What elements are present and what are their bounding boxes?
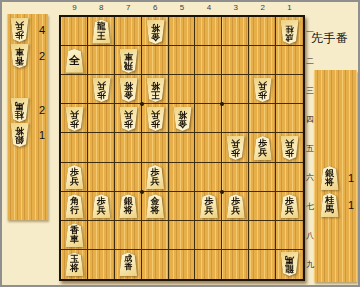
board-cell-4四[interactable] xyxy=(195,104,222,133)
board-cell-2六[interactable] xyxy=(249,163,276,192)
piece-kanji: 兵 xyxy=(204,206,213,216)
board-cell-5三[interactable] xyxy=(169,75,196,104)
piece-face: 歩兵 xyxy=(225,194,246,218)
piece-5-4-金将[interactable]: 金将 xyxy=(172,107,193,131)
piece-kanji: 兵 xyxy=(70,109,79,119)
rank-label-6: 六 xyxy=(304,172,316,183)
shogi-app-window: 先手番 987654321一二三四五六七八九龍王金将成桂全飛車歩兵金将王将歩兵歩… xyxy=(0,0,360,287)
piece-kanji: 兵 xyxy=(97,80,106,90)
hand-sente-count-銀将: 1 xyxy=(345,172,357,184)
piece-2-3-歩兵[interactable]: 歩兵 xyxy=(252,78,273,102)
piece-kanji: 馬 xyxy=(325,205,334,215)
piece-kanji: 歩 xyxy=(97,90,106,100)
piece-7-2-飛車[interactable]: 飛車 xyxy=(118,49,139,73)
turn-indicator: 先手番 xyxy=(311,30,359,47)
piece-8-1-龍王[interactable]: 龍王 xyxy=(91,20,112,44)
piece-face: 桂馬 xyxy=(319,193,340,217)
piece-9-7-角行[interactable]: 角行 xyxy=(64,194,85,218)
piece-kanji: 歩 xyxy=(151,119,160,129)
piece-kanji: 兵 xyxy=(70,177,79,187)
piece-face: 歩兵 xyxy=(145,165,166,189)
piece-1-5-歩兵[interactable]: 歩兵 xyxy=(279,136,300,160)
piece-face: 全 xyxy=(64,49,85,73)
file-label-1: 1 xyxy=(283,3,297,13)
board-cell-8五[interactable] xyxy=(88,133,115,162)
rank-label-3: 三 xyxy=(304,85,316,96)
hand-gote-count-桂馬: 2 xyxy=(36,104,48,116)
board-cell-8八[interactable] xyxy=(88,221,115,250)
piece-kanji: 香 xyxy=(124,263,132,272)
piece-kanji: 歩 xyxy=(15,30,24,40)
board-cell-5五[interactable] xyxy=(169,133,196,162)
piece-6-6-歩兵[interactable]: 歩兵 xyxy=(145,165,166,189)
piece-3-7-歩兵[interactable]: 歩兵 xyxy=(225,194,246,218)
piece-kanji: 将 xyxy=(124,80,133,90)
piece-kanji: 歩 xyxy=(258,90,267,100)
piece-kanji: 桂 xyxy=(286,24,294,33)
piece-face: 歩兵 xyxy=(91,78,112,102)
piece-face: 歩兵 xyxy=(225,136,246,160)
rank-label-2: 二 xyxy=(304,56,316,67)
piece-kanji: 香 xyxy=(15,56,24,66)
piece-kanji: 兵 xyxy=(258,80,267,90)
piece-kanji: 将 xyxy=(124,206,133,216)
board-cell-3九[interactable] xyxy=(222,250,249,279)
file-label-7: 7 xyxy=(121,3,135,13)
piece-face: 歩兵 xyxy=(9,18,30,42)
board-cell-3六[interactable] xyxy=(222,163,249,192)
piece-kanji: 金 xyxy=(124,90,133,100)
piece-face: 歩兵 xyxy=(64,165,85,189)
piece-face: 歩兵 xyxy=(118,107,139,131)
board-cell-5一[interactable] xyxy=(169,17,196,46)
hand-sente-桂馬[interactable]: 桂馬 xyxy=(319,193,340,217)
piece-kanji: 将 xyxy=(15,126,24,136)
board-cell-1四[interactable] xyxy=(276,104,303,133)
piece-face: 飛車 xyxy=(118,49,139,73)
piece-9-8-香車[interactable]: 香車 xyxy=(64,223,85,247)
board-cell-7八[interactable] xyxy=(115,221,142,250)
board-cell-3二[interactable] xyxy=(222,46,249,75)
piece-face: 金将 xyxy=(145,194,166,218)
piece-6-1-金将[interactable]: 金将 xyxy=(145,20,166,44)
piece-kanji: 桂 xyxy=(15,110,24,120)
piece-7-7-銀将[interactable]: 銀将 xyxy=(118,194,139,218)
piece-6-4-歩兵[interactable]: 歩兵 xyxy=(145,107,166,131)
piece-face: 歩兵 xyxy=(91,194,112,218)
piece-kanji: 兵 xyxy=(285,139,294,149)
piece-3-5-歩兵[interactable]: 歩兵 xyxy=(225,136,246,160)
file-label-8: 8 xyxy=(94,3,108,13)
piece-face: 歩兵 xyxy=(252,78,273,102)
piece-face: 金将 xyxy=(172,107,193,131)
board-cell-5七[interactable] xyxy=(169,192,196,221)
piece-kanji: 兵 xyxy=(15,21,24,31)
board-cell-3四[interactable] xyxy=(222,104,249,133)
hand-gote-count-銀将: 1 xyxy=(36,129,48,141)
board-cell-6五[interactable] xyxy=(142,133,169,162)
piece-kanji: 将 xyxy=(151,206,160,216)
rank-label-8: 八 xyxy=(304,230,316,241)
piece-kanji: 歩 xyxy=(124,119,133,129)
piece-face: 香車 xyxy=(64,223,85,247)
hand-gote-count-歩兵: 4 xyxy=(36,24,48,36)
piece-1-1-成桂[interactable]: 成桂 xyxy=(279,20,300,44)
board-cell-9五[interactable] xyxy=(61,133,88,162)
piece-8-3-歩兵[interactable]: 歩兵 xyxy=(91,78,112,102)
board-cell-2九[interactable] xyxy=(249,250,276,279)
piece-7-3-金将[interactable]: 金将 xyxy=(118,78,139,102)
rank-label-9: 九 xyxy=(304,259,316,270)
piece-face: 歩兵 xyxy=(279,194,300,218)
board-cell-8六[interactable] xyxy=(88,163,115,192)
file-label-4: 4 xyxy=(202,3,216,13)
piece-face: 成香 xyxy=(118,252,139,276)
piece-kanji: 歩 xyxy=(231,148,240,158)
piece-7-4-歩兵[interactable]: 歩兵 xyxy=(118,107,139,131)
board-cell-2二[interactable] xyxy=(249,46,276,75)
board-cell-4五[interactable] xyxy=(195,133,222,162)
board-cell-2四[interactable] xyxy=(249,104,276,133)
hand-sente-count-桂馬: 1 xyxy=(345,199,357,211)
board-cell-8二[interactable] xyxy=(88,46,115,75)
piece-kanji: 車 xyxy=(70,235,79,245)
rank-label-4: 四 xyxy=(304,114,316,125)
piece-face: 金将 xyxy=(118,78,139,102)
piece-kanji: 歩 xyxy=(285,148,294,158)
piece-face: 銀将 xyxy=(118,194,139,218)
file-label-2: 2 xyxy=(256,3,270,13)
piece-kanji: 将 xyxy=(151,22,160,32)
piece-2-5-歩兵[interactable]: 歩兵 xyxy=(252,136,273,160)
piece-9-2-全[interactable]: 全 xyxy=(64,49,85,73)
piece-kanji: 車 xyxy=(15,47,24,57)
board-cell-8九[interactable] xyxy=(88,250,115,279)
piece-6-7-金将[interactable]: 金将 xyxy=(145,194,166,218)
piece-kanji: 金 xyxy=(178,119,187,129)
hand-gote-count-香車: 2 xyxy=(36,50,48,62)
board-cell-1三[interactable] xyxy=(276,75,303,104)
piece-kanji: 兵 xyxy=(285,206,294,216)
piece-face: 歩兵 xyxy=(64,107,85,131)
board-cell-4九[interactable] xyxy=(195,250,222,279)
piece-1-7-歩兵[interactable]: 歩兵 xyxy=(279,194,300,218)
piece-face: 歩兵 xyxy=(198,194,219,218)
board-cell-4六[interactable] xyxy=(195,163,222,192)
hand-gote-銀将[interactable]: 銀将 xyxy=(9,123,30,147)
board-cell-7六[interactable] xyxy=(115,163,142,192)
piece-kanji: 行 xyxy=(70,206,79,216)
board-cell-2七[interactable] xyxy=(249,192,276,221)
piece-face: 香車 xyxy=(9,44,30,68)
board-cell-5六[interactable] xyxy=(169,163,196,192)
piece-kanji: 兵 xyxy=(258,148,267,158)
piece-4-7-歩兵[interactable]: 歩兵 xyxy=(198,194,219,218)
board-cell-4三[interactable] xyxy=(195,75,222,104)
piece-face: 金将 xyxy=(145,20,166,44)
board-cell-6二[interactable] xyxy=(142,46,169,75)
board-cell-4八[interactable] xyxy=(195,221,222,250)
piece-kanji: 全 xyxy=(69,55,80,66)
board-cell-4一[interactable] xyxy=(195,17,222,46)
piece-kanji: 兵 xyxy=(151,109,160,119)
piece-kanji: 兵 xyxy=(151,177,160,187)
piece-kanji: 兵 xyxy=(231,206,240,216)
board-cell-6八[interactable] xyxy=(142,221,169,250)
star-point xyxy=(140,190,144,194)
board-cell-3一[interactable] xyxy=(222,17,249,46)
piece-kanji: 将 xyxy=(178,109,187,119)
board-cell-5八[interactable] xyxy=(169,221,196,250)
board-cell-3八[interactable] xyxy=(222,221,249,250)
piece-kanji: 兵 xyxy=(97,206,106,216)
piece-face: 成桂 xyxy=(279,20,300,44)
piece-kanji: 歩 xyxy=(70,119,79,129)
board-cell-1六[interactable] xyxy=(276,163,303,192)
piece-face: 角行 xyxy=(64,194,85,218)
file-label-6: 6 xyxy=(148,3,162,13)
piece-kanji: 龍 xyxy=(285,264,294,274)
board-cell-9三[interactable] xyxy=(61,75,88,104)
piece-kanji: 将 xyxy=(70,264,79,274)
piece-kanji: 馬 xyxy=(285,255,294,265)
hand-sente-銀将[interactable]: 銀将 xyxy=(319,166,340,190)
piece-face: 龍馬 xyxy=(279,252,300,276)
rank-label-5: 五 xyxy=(304,143,316,154)
piece-face: 歩兵 xyxy=(279,136,300,160)
board-cell-2八[interactable] xyxy=(249,221,276,250)
piece-6-3-王将[interactable]: 王将 xyxy=(145,78,166,102)
piece-7-9-成香[interactable]: 成香 xyxy=(118,252,139,276)
hand-gote-香車[interactable]: 香車 xyxy=(9,44,30,68)
board-cell-5二[interactable] xyxy=(169,46,196,75)
piece-9-4-歩兵[interactable]: 歩兵 xyxy=(64,107,85,131)
board-cell-5九[interactable] xyxy=(169,250,196,279)
piece-face: 歩兵 xyxy=(145,107,166,131)
board-cell-3三[interactable] xyxy=(222,75,249,104)
file-label-3: 3 xyxy=(229,3,243,13)
piece-face: 歩兵 xyxy=(252,136,273,160)
hand-gote-歩兵[interactable]: 歩兵 xyxy=(9,18,30,42)
piece-kanji: 将 xyxy=(151,80,160,90)
piece-kanji: 銀 xyxy=(15,135,24,145)
board-cell-8四[interactable] xyxy=(88,104,115,133)
board-cell-4二[interactable] xyxy=(195,46,222,75)
board-cell-7一[interactable] xyxy=(115,17,142,46)
board-cell-7五[interactable] xyxy=(115,133,142,162)
piece-face: 玉将 xyxy=(64,252,85,276)
piece-1-9-龍馬[interactable]: 龍馬 xyxy=(279,252,300,276)
piece-kanji: 兵 xyxy=(231,139,240,149)
board-cell-9一[interactable] xyxy=(61,17,88,46)
piece-kanji: 飛 xyxy=(124,61,133,71)
hand-gote-桂馬[interactable]: 桂馬 xyxy=(9,98,30,122)
piece-face: 桂馬 xyxy=(9,98,30,122)
piece-8-7-歩兵[interactable]: 歩兵 xyxy=(91,194,112,218)
board-cell-2一[interactable] xyxy=(249,17,276,46)
rank-label-7: 七 xyxy=(304,201,316,212)
board-cell-6九[interactable] xyxy=(142,250,169,279)
board-cell-1八[interactable] xyxy=(276,221,303,250)
piece-kanji: 将 xyxy=(325,178,334,188)
rank-label-1: 一 xyxy=(304,27,316,38)
file-label-5: 5 xyxy=(175,3,189,13)
piece-face: 王将 xyxy=(145,78,166,102)
piece-face: 銀将 xyxy=(9,123,30,147)
piece-kanji: 兵 xyxy=(124,109,133,119)
piece-9-6-歩兵[interactable]: 歩兵 xyxy=(64,165,85,189)
board-cell-1二[interactable] xyxy=(276,46,303,75)
piece-kanji: 王 xyxy=(151,90,160,100)
piece-kanji: 馬 xyxy=(15,101,24,111)
piece-face: 銀将 xyxy=(319,166,340,190)
piece-face: 龍王 xyxy=(91,20,112,44)
piece-kanji: 王 xyxy=(97,32,106,42)
piece-9-9-玉将[interactable]: 玉将 xyxy=(64,252,85,276)
piece-kanji: 車 xyxy=(124,51,133,61)
file-label-9: 9 xyxy=(67,3,81,13)
